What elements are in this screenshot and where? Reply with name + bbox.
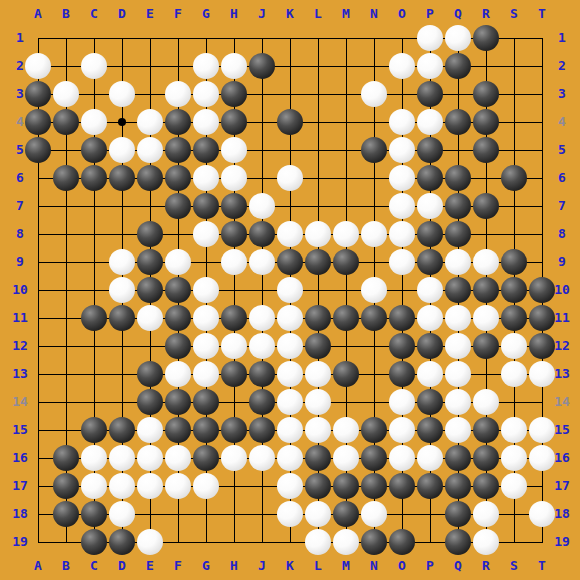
point-N13[interactable] [360,360,388,388]
point-S19[interactable] [500,528,528,556]
point-C11[interactable] [80,304,108,332]
point-P7[interactable] [416,192,444,220]
point-L4[interactable] [304,108,332,136]
point-M6[interactable] [332,164,360,192]
point-E2[interactable] [136,52,164,80]
point-B18[interactable] [52,500,80,528]
point-R6[interactable] [472,164,500,192]
point-C18[interactable] [80,500,108,528]
point-M4[interactable] [332,108,360,136]
point-L5[interactable] [304,136,332,164]
point-J17[interactable] [248,472,276,500]
point-G6[interactable] [192,164,220,192]
point-K4[interactable] [276,108,304,136]
point-R11[interactable] [472,304,500,332]
point-Q16[interactable] [444,444,472,472]
point-G15[interactable] [192,416,220,444]
point-O2[interactable] [388,52,416,80]
point-R10[interactable] [472,276,500,304]
point-S4[interactable] [500,108,528,136]
point-B17[interactable] [52,472,80,500]
point-O5[interactable] [388,136,416,164]
point-G17[interactable] [192,472,220,500]
point-R17[interactable] [472,472,500,500]
point-F7[interactable] [164,192,192,220]
point-J11[interactable] [248,304,276,332]
point-F5[interactable] [164,136,192,164]
point-M14[interactable] [332,388,360,416]
point-E7[interactable] [136,192,164,220]
point-O14[interactable] [388,388,416,416]
point-D19[interactable] [108,528,136,556]
point-S2[interactable] [500,52,528,80]
point-S16[interactable] [500,444,528,472]
point-J13[interactable] [248,360,276,388]
point-J5[interactable] [248,136,276,164]
point-S12[interactable] [500,332,528,360]
point-D3[interactable] [108,80,136,108]
point-N8[interactable] [360,220,388,248]
point-N11[interactable] [360,304,388,332]
point-O1[interactable] [388,24,416,52]
point-B19[interactable] [52,528,80,556]
point-L3[interactable] [304,80,332,108]
point-N19[interactable] [360,528,388,556]
point-N1[interactable] [360,24,388,52]
point-S13[interactable] [500,360,528,388]
point-O12[interactable] [388,332,416,360]
point-B8[interactable] [52,220,80,248]
point-L15[interactable] [304,416,332,444]
point-C16[interactable] [80,444,108,472]
point-F17[interactable] [164,472,192,500]
point-J7[interactable] [248,192,276,220]
point-L17[interactable] [304,472,332,500]
point-N5[interactable] [360,136,388,164]
point-N10[interactable] [360,276,388,304]
point-P1[interactable] [416,24,444,52]
point-D11[interactable] [108,304,136,332]
point-J2[interactable] [248,52,276,80]
point-Q4[interactable] [444,108,472,136]
point-G18[interactable] [192,500,220,528]
point-D18[interactable] [108,500,136,528]
point-M17[interactable] [332,472,360,500]
point-H15[interactable] [220,416,248,444]
point-C14[interactable] [80,388,108,416]
point-E13[interactable] [136,360,164,388]
point-H13[interactable] [220,360,248,388]
point-N7[interactable] [360,192,388,220]
point-E12[interactable] [136,332,164,360]
point-K9[interactable] [276,248,304,276]
point-G11[interactable] [192,304,220,332]
point-K17[interactable] [276,472,304,500]
point-F14[interactable] [164,388,192,416]
point-M7[interactable] [332,192,360,220]
point-G14[interactable] [192,388,220,416]
point-P10[interactable] [416,276,444,304]
point-C10[interactable] [80,276,108,304]
point-D7[interactable] [108,192,136,220]
point-G19[interactable] [192,528,220,556]
point-E17[interactable] [136,472,164,500]
point-M16[interactable] [332,444,360,472]
point-P12[interactable] [416,332,444,360]
point-Q3[interactable] [444,80,472,108]
point-H12[interactable] [220,332,248,360]
point-N3[interactable] [360,80,388,108]
point-R1[interactable] [472,24,500,52]
point-M18[interactable] [332,500,360,528]
point-Q12[interactable] [444,332,472,360]
point-C12[interactable] [80,332,108,360]
point-F11[interactable] [164,304,192,332]
point-O15[interactable] [388,416,416,444]
point-Q14[interactable] [444,388,472,416]
point-S6[interactable] [500,164,528,192]
point-L13[interactable] [304,360,332,388]
point-M10[interactable] [332,276,360,304]
point-H5[interactable] [220,136,248,164]
point-E8[interactable] [136,220,164,248]
point-R8[interactable] [472,220,500,248]
point-N17[interactable] [360,472,388,500]
point-J14[interactable] [248,388,276,416]
point-P15[interactable] [416,416,444,444]
point-L12[interactable] [304,332,332,360]
point-L14[interactable] [304,388,332,416]
point-C6[interactable] [80,164,108,192]
point-R3[interactable] [472,80,500,108]
point-J10[interactable] [248,276,276,304]
point-K10[interactable] [276,276,304,304]
point-Q5[interactable] [444,136,472,164]
point-Q2[interactable] [444,52,472,80]
point-D8[interactable] [108,220,136,248]
point-L19[interactable] [304,528,332,556]
point-S7[interactable] [500,192,528,220]
point-F3[interactable] [164,80,192,108]
point-G12[interactable] [192,332,220,360]
point-F12[interactable] [164,332,192,360]
point-D16[interactable] [108,444,136,472]
point-M3[interactable] [332,80,360,108]
point-D14[interactable] [108,388,136,416]
point-N12[interactable] [360,332,388,360]
point-M8[interactable] [332,220,360,248]
point-S10[interactable] [500,276,528,304]
point-F19[interactable] [164,528,192,556]
point-C13[interactable] [80,360,108,388]
point-P2[interactable] [416,52,444,80]
point-O13[interactable] [388,360,416,388]
point-H2[interactable] [220,52,248,80]
point-P11[interactable] [416,304,444,332]
point-G5[interactable] [192,136,220,164]
point-M9[interactable] [332,248,360,276]
point-G3[interactable] [192,80,220,108]
point-H7[interactable] [220,192,248,220]
point-C9[interactable] [80,248,108,276]
point-D12[interactable] [108,332,136,360]
point-F4[interactable] [164,108,192,136]
point-K1[interactable] [276,24,304,52]
point-J4[interactable] [248,108,276,136]
point-B2[interactable] [52,52,80,80]
point-L6[interactable] [304,164,332,192]
point-K16[interactable] [276,444,304,472]
point-S18[interactable] [500,500,528,528]
point-B16[interactable] [52,444,80,472]
point-K19[interactable] [276,528,304,556]
point-J18[interactable] [248,500,276,528]
point-P13[interactable] [416,360,444,388]
point-C1[interactable] [80,24,108,52]
point-L2[interactable] [304,52,332,80]
point-Q6[interactable] [444,164,472,192]
point-S15[interactable] [500,416,528,444]
point-O9[interactable] [388,248,416,276]
point-M12[interactable] [332,332,360,360]
point-J3[interactable] [248,80,276,108]
point-D4[interactable] [108,108,136,136]
point-S3[interactable] [500,80,528,108]
point-D9[interactable] [108,248,136,276]
point-L9[interactable] [304,248,332,276]
point-B3[interactable] [52,80,80,108]
point-R18[interactable] [472,500,500,528]
point-P19[interactable] [416,528,444,556]
point-G10[interactable] [192,276,220,304]
point-O18[interactable] [388,500,416,528]
point-C7[interactable] [80,192,108,220]
point-E18[interactable] [136,500,164,528]
point-M13[interactable] [332,360,360,388]
point-Q1[interactable] [444,24,472,52]
point-O10[interactable] [388,276,416,304]
point-K5[interactable] [276,136,304,164]
point-E1[interactable] [136,24,164,52]
point-K11[interactable] [276,304,304,332]
point-L10[interactable] [304,276,332,304]
point-B13[interactable] [52,360,80,388]
point-S11[interactable] [500,304,528,332]
point-P6[interactable] [416,164,444,192]
point-E9[interactable] [136,248,164,276]
point-H17[interactable] [220,472,248,500]
point-P8[interactable] [416,220,444,248]
point-N15[interactable] [360,416,388,444]
point-O16[interactable] [388,444,416,472]
point-M19[interactable] [332,528,360,556]
point-L18[interactable] [304,500,332,528]
point-D17[interactable] [108,472,136,500]
point-B10[interactable] [52,276,80,304]
point-B11[interactable] [52,304,80,332]
point-H1[interactable] [220,24,248,52]
point-Q17[interactable] [444,472,472,500]
point-G8[interactable] [192,220,220,248]
point-N16[interactable] [360,444,388,472]
point-P14[interactable] [416,388,444,416]
point-K14[interactable] [276,388,304,416]
point-H6[interactable] [220,164,248,192]
point-Q18[interactable] [444,500,472,528]
point-K7[interactable] [276,192,304,220]
point-G13[interactable] [192,360,220,388]
point-Q19[interactable] [444,528,472,556]
point-B5[interactable] [52,136,80,164]
point-F6[interactable] [164,164,192,192]
point-O19[interactable] [388,528,416,556]
point-L11[interactable] [304,304,332,332]
point-H8[interactable] [220,220,248,248]
point-L16[interactable] [304,444,332,472]
point-M15[interactable] [332,416,360,444]
point-N18[interactable] [360,500,388,528]
point-Q9[interactable] [444,248,472,276]
point-G1[interactable] [192,24,220,52]
point-K8[interactable] [276,220,304,248]
point-O17[interactable] [388,472,416,500]
point-B12[interactable] [52,332,80,360]
point-K18[interactable] [276,500,304,528]
point-Q13[interactable] [444,360,472,388]
point-M11[interactable] [332,304,360,332]
point-Q11[interactable] [444,304,472,332]
point-B1[interactable] [52,24,80,52]
point-E4[interactable] [136,108,164,136]
point-Q7[interactable] [444,192,472,220]
point-J12[interactable] [248,332,276,360]
point-C15[interactable] [80,416,108,444]
point-F9[interactable] [164,248,192,276]
point-J8[interactable] [248,220,276,248]
point-D5[interactable] [108,136,136,164]
point-S9[interactable] [500,248,528,276]
point-C2[interactable] [80,52,108,80]
point-R15[interactable] [472,416,500,444]
point-E16[interactable] [136,444,164,472]
point-G7[interactable] [192,192,220,220]
point-O7[interactable] [388,192,416,220]
point-K15[interactable] [276,416,304,444]
point-S8[interactable] [500,220,528,248]
point-K6[interactable] [276,164,304,192]
point-C19[interactable] [80,528,108,556]
point-K13[interactable] [276,360,304,388]
point-C4[interactable] [80,108,108,136]
point-L8[interactable] [304,220,332,248]
point-G16[interactable] [192,444,220,472]
point-P9[interactable] [416,248,444,276]
point-L7[interactable] [304,192,332,220]
point-M5[interactable] [332,136,360,164]
point-H19[interactable] [220,528,248,556]
point-N9[interactable] [360,248,388,276]
point-C5[interactable] [80,136,108,164]
point-F18[interactable] [164,500,192,528]
point-J9[interactable] [248,248,276,276]
point-P5[interactable] [416,136,444,164]
point-C17[interactable] [80,472,108,500]
point-E11[interactable] [136,304,164,332]
point-J6[interactable] [248,164,276,192]
point-R12[interactable] [472,332,500,360]
point-F8[interactable] [164,220,192,248]
point-P16[interactable] [416,444,444,472]
point-Q8[interactable] [444,220,472,248]
point-E10[interactable] [136,276,164,304]
point-F16[interactable] [164,444,192,472]
point-O6[interactable] [388,164,416,192]
point-E5[interactable] [136,136,164,164]
point-O8[interactable] [388,220,416,248]
point-B4[interactable] [52,108,80,136]
point-J16[interactable] [248,444,276,472]
point-H3[interactable] [220,80,248,108]
point-K12[interactable] [276,332,304,360]
point-R14[interactable] [472,388,500,416]
point-R9[interactable] [472,248,500,276]
point-E19[interactable] [136,528,164,556]
point-Q10[interactable] [444,276,472,304]
point-J19[interactable] [248,528,276,556]
point-S17[interactable] [500,472,528,500]
point-M1[interactable] [332,24,360,52]
point-C8[interactable] [80,220,108,248]
point-E3[interactable] [136,80,164,108]
point-P3[interactable] [416,80,444,108]
point-F2[interactable] [164,52,192,80]
point-D1[interactable] [108,24,136,52]
point-K3[interactable] [276,80,304,108]
point-P4[interactable] [416,108,444,136]
point-H18[interactable] [220,500,248,528]
point-L1[interactable] [304,24,332,52]
point-C3[interactable] [80,80,108,108]
point-H10[interactable] [220,276,248,304]
point-B15[interactable] [52,416,80,444]
point-D6[interactable] [108,164,136,192]
point-F1[interactable] [164,24,192,52]
point-P18[interactable] [416,500,444,528]
point-R2[interactable] [472,52,500,80]
point-H16[interactable] [220,444,248,472]
point-S1[interactable] [500,24,528,52]
point-R19[interactable] [472,528,500,556]
point-G2[interactable] [192,52,220,80]
point-B14[interactable] [52,388,80,416]
point-N4[interactable] [360,108,388,136]
point-D2[interactable] [108,52,136,80]
point-E6[interactable] [136,164,164,192]
point-J1[interactable] [248,24,276,52]
point-H9[interactable] [220,248,248,276]
point-F15[interactable] [164,416,192,444]
point-D15[interactable] [108,416,136,444]
point-F10[interactable] [164,276,192,304]
point-F13[interactable] [164,360,192,388]
point-S14[interactable] [500,388,528,416]
point-N2[interactable] [360,52,388,80]
point-R4[interactable] [472,108,500,136]
point-B9[interactable] [52,248,80,276]
point-H4[interactable] [220,108,248,136]
point-B7[interactable] [52,192,80,220]
point-M2[interactable] [332,52,360,80]
